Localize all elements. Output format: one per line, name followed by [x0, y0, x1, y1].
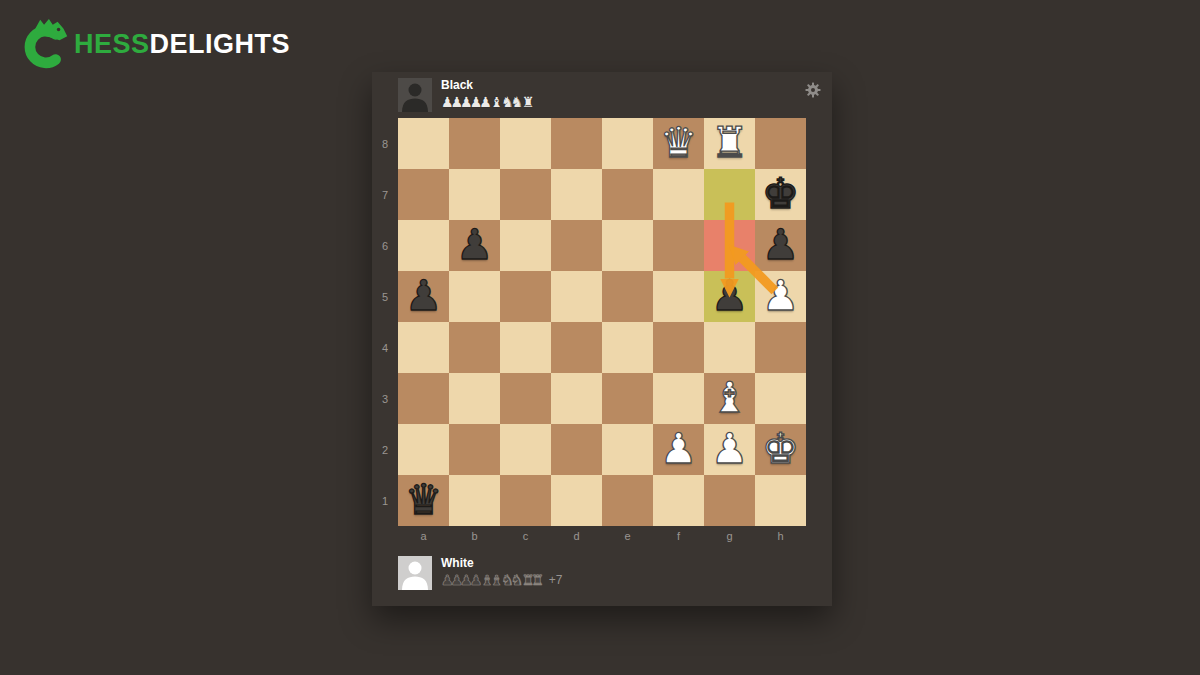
square-e7[interactable] — [602, 169, 653, 220]
square-a3[interactable] — [398, 373, 449, 424]
settings-gear-icon[interactable] — [805, 82, 821, 98]
page-background: HESSDELIGHTS Black ♟♟♟♟♟ ♝ ♞♞ ♜ — [0, 0, 1200, 675]
square-a5[interactable]: ♟ — [398, 271, 449, 322]
square-f2[interactable]: ♟ — [653, 424, 704, 475]
white-queen-f8[interactable]: ♛ — [653, 118, 704, 169]
square-b6[interactable]: ♟ — [449, 220, 500, 271]
rank-label-8: 8 — [372, 118, 398, 169]
square-b3[interactable] — [449, 373, 500, 424]
file-label-h: h — [755, 526, 806, 548]
horse-head-c-icon — [22, 16, 70, 72]
square-g2[interactable]: ♟ — [704, 424, 755, 475]
square-g8[interactable]: ♜ — [704, 118, 755, 169]
square-e8[interactable] — [602, 118, 653, 169]
black-pawn-b6[interactable]: ♟ — [449, 220, 500, 271]
rank-label-5: 5 — [372, 271, 398, 322]
rank-label-4: 4 — [372, 322, 398, 373]
file-coordinates: abcdefgh — [398, 526, 832, 548]
white-bishop-g3[interactable]: ♝ — [704, 373, 755, 424]
white-rook-g8[interactable]: ♜ — [704, 118, 755, 169]
square-h7[interactable]: ♚ — [755, 169, 806, 220]
white-player-name: White — [441, 556, 563, 571]
square-f5[interactable] — [653, 271, 704, 322]
square-d8[interactable] — [551, 118, 602, 169]
black-player-avatar — [398, 78, 432, 112]
white-king-h2[interactable]: ♚ — [755, 424, 806, 475]
white-pawn-h5[interactable]: ♟ — [755, 271, 806, 322]
black-pawn-a5[interactable]: ♟ — [398, 271, 449, 322]
person-silhouette-icon — [398, 78, 432, 112]
square-b7[interactable] — [449, 169, 500, 220]
square-h1[interactable] — [755, 475, 806, 526]
black-player-name: Black — [441, 78, 531, 93]
square-a7[interactable] — [398, 169, 449, 220]
black-queen-a1[interactable]: ♛ — [398, 475, 449, 526]
square-c7[interactable] — [500, 169, 551, 220]
white-player-avatar — [398, 556, 432, 590]
logo-chess-word: HESS — [74, 29, 150, 59]
square-c4[interactable] — [500, 322, 551, 373]
square-d4[interactable] — [551, 322, 602, 373]
square-f3[interactable] — [653, 373, 704, 424]
white-pawn-f2[interactable]: ♟ — [653, 424, 704, 475]
black-king-h7[interactable]: ♚ — [755, 169, 806, 220]
rank-label-3: 3 — [372, 373, 398, 424]
square-f8[interactable]: ♛ — [653, 118, 704, 169]
square-d6[interactable] — [551, 220, 602, 271]
square-a2[interactable] — [398, 424, 449, 475]
square-c8[interactable] — [500, 118, 551, 169]
square-g7[interactable] — [704, 169, 755, 220]
square-h8[interactable] — [755, 118, 806, 169]
black-captured-pieces: ♟♟♟♟♟ ♝ ♞♞ ♜ — [441, 93, 531, 111]
square-f4[interactable] — [653, 322, 704, 373]
square-e1[interactable] — [602, 475, 653, 526]
person-silhouette-icon — [398, 556, 432, 590]
square-h4[interactable] — [755, 322, 806, 373]
file-label-b: b — [449, 526, 500, 548]
square-e6[interactable] — [602, 220, 653, 271]
square-g5[interactable]: ♟ — [704, 271, 755, 322]
rank-label-7: 7 — [372, 169, 398, 220]
black-pawn-g5[interactable]: ♟ — [704, 271, 755, 322]
square-c5[interactable] — [500, 271, 551, 322]
rank-label-2: 2 — [372, 424, 398, 475]
square-d7[interactable] — [551, 169, 602, 220]
square-e5[interactable] — [602, 271, 653, 322]
black-player-bar: Black ♟♟♟♟♟ ♝ ♞♞ ♜ — [372, 72, 832, 118]
square-e2[interactable] — [602, 424, 653, 475]
square-h6[interactable]: ♟ — [755, 220, 806, 271]
file-label-e: e — [602, 526, 653, 548]
file-label-c: c — [500, 526, 551, 548]
chess-board: ♛♜♚♟♟♟♟♟♝♟♟♚♛ — [398, 118, 806, 526]
square-c2[interactable] — [500, 424, 551, 475]
black-pawn-h6[interactable]: ♟ — [755, 220, 806, 271]
square-a6[interactable] — [398, 220, 449, 271]
square-b1[interactable] — [449, 475, 500, 526]
square-d5[interactable] — [551, 271, 602, 322]
file-label-f: f — [653, 526, 704, 548]
file-label-d: d — [551, 526, 602, 548]
square-d2[interactable] — [551, 424, 602, 475]
square-b4[interactable] — [449, 322, 500, 373]
square-f1[interactable] — [653, 475, 704, 526]
site-logo-text: HESSDELIGHTS — [74, 16, 290, 72]
chess-widget-panel: Black ♟♟♟♟♟ ♝ ♞♞ ♜ 87654321 ♛♜♚♟ — [372, 72, 832, 606]
square-c6[interactable] — [500, 220, 551, 271]
board-area: 87654321 ♛♜♚♟♟♟♟♟♝♟♟♚♛ — [372, 118, 832, 526]
rank-coordinates: 87654321 — [372, 118, 398, 526]
material-advantage: +7 — [549, 571, 563, 589]
file-label-g: g — [704, 526, 755, 548]
white-pawn-g2[interactable]: ♟ — [704, 424, 755, 475]
square-e4[interactable] — [602, 322, 653, 373]
square-a4[interactable] — [398, 322, 449, 373]
square-g4[interactable] — [704, 322, 755, 373]
square-g3[interactable]: ♝ — [704, 373, 755, 424]
white-player-bar: White ♟♟♟♟ ♝♝ ♞♞ ♜♜ +7 — [372, 548, 832, 606]
square-h2[interactable]: ♚ — [755, 424, 806, 475]
square-e3[interactable] — [602, 373, 653, 424]
square-c1[interactable] — [500, 475, 551, 526]
square-g6[interactable] — [704, 220, 755, 271]
square-b5[interactable] — [449, 271, 500, 322]
rank-label-1: 1 — [372, 475, 398, 526]
white-captured-pieces: ♟♟♟♟ ♝♝ ♞♞ ♜♜ — [441, 571, 541, 589]
square-f6[interactable] — [653, 220, 704, 271]
site-logo[interactable]: HESSDELIGHTS — [22, 16, 290, 72]
square-d3[interactable] — [551, 373, 602, 424]
square-f7[interactable] — [653, 169, 704, 220]
square-b8[interactable] — [449, 118, 500, 169]
square-a8[interactable] — [398, 118, 449, 169]
square-h3[interactable] — [755, 373, 806, 424]
square-b2[interactable] — [449, 424, 500, 475]
square-a1[interactable]: ♛ — [398, 475, 449, 526]
logo-delights-word: DELIGHTS — [150, 29, 291, 59]
file-label-a: a — [398, 526, 449, 548]
square-g1[interactable] — [704, 475, 755, 526]
square-h5[interactable]: ♟ — [755, 271, 806, 322]
rank-label-6: 6 — [372, 220, 398, 271]
square-d1[interactable] — [551, 475, 602, 526]
square-c3[interactable] — [500, 373, 551, 424]
board-wrap: ♛♜♚♟♟♟♟♟♝♟♟♚♛ — [398, 118, 806, 526]
